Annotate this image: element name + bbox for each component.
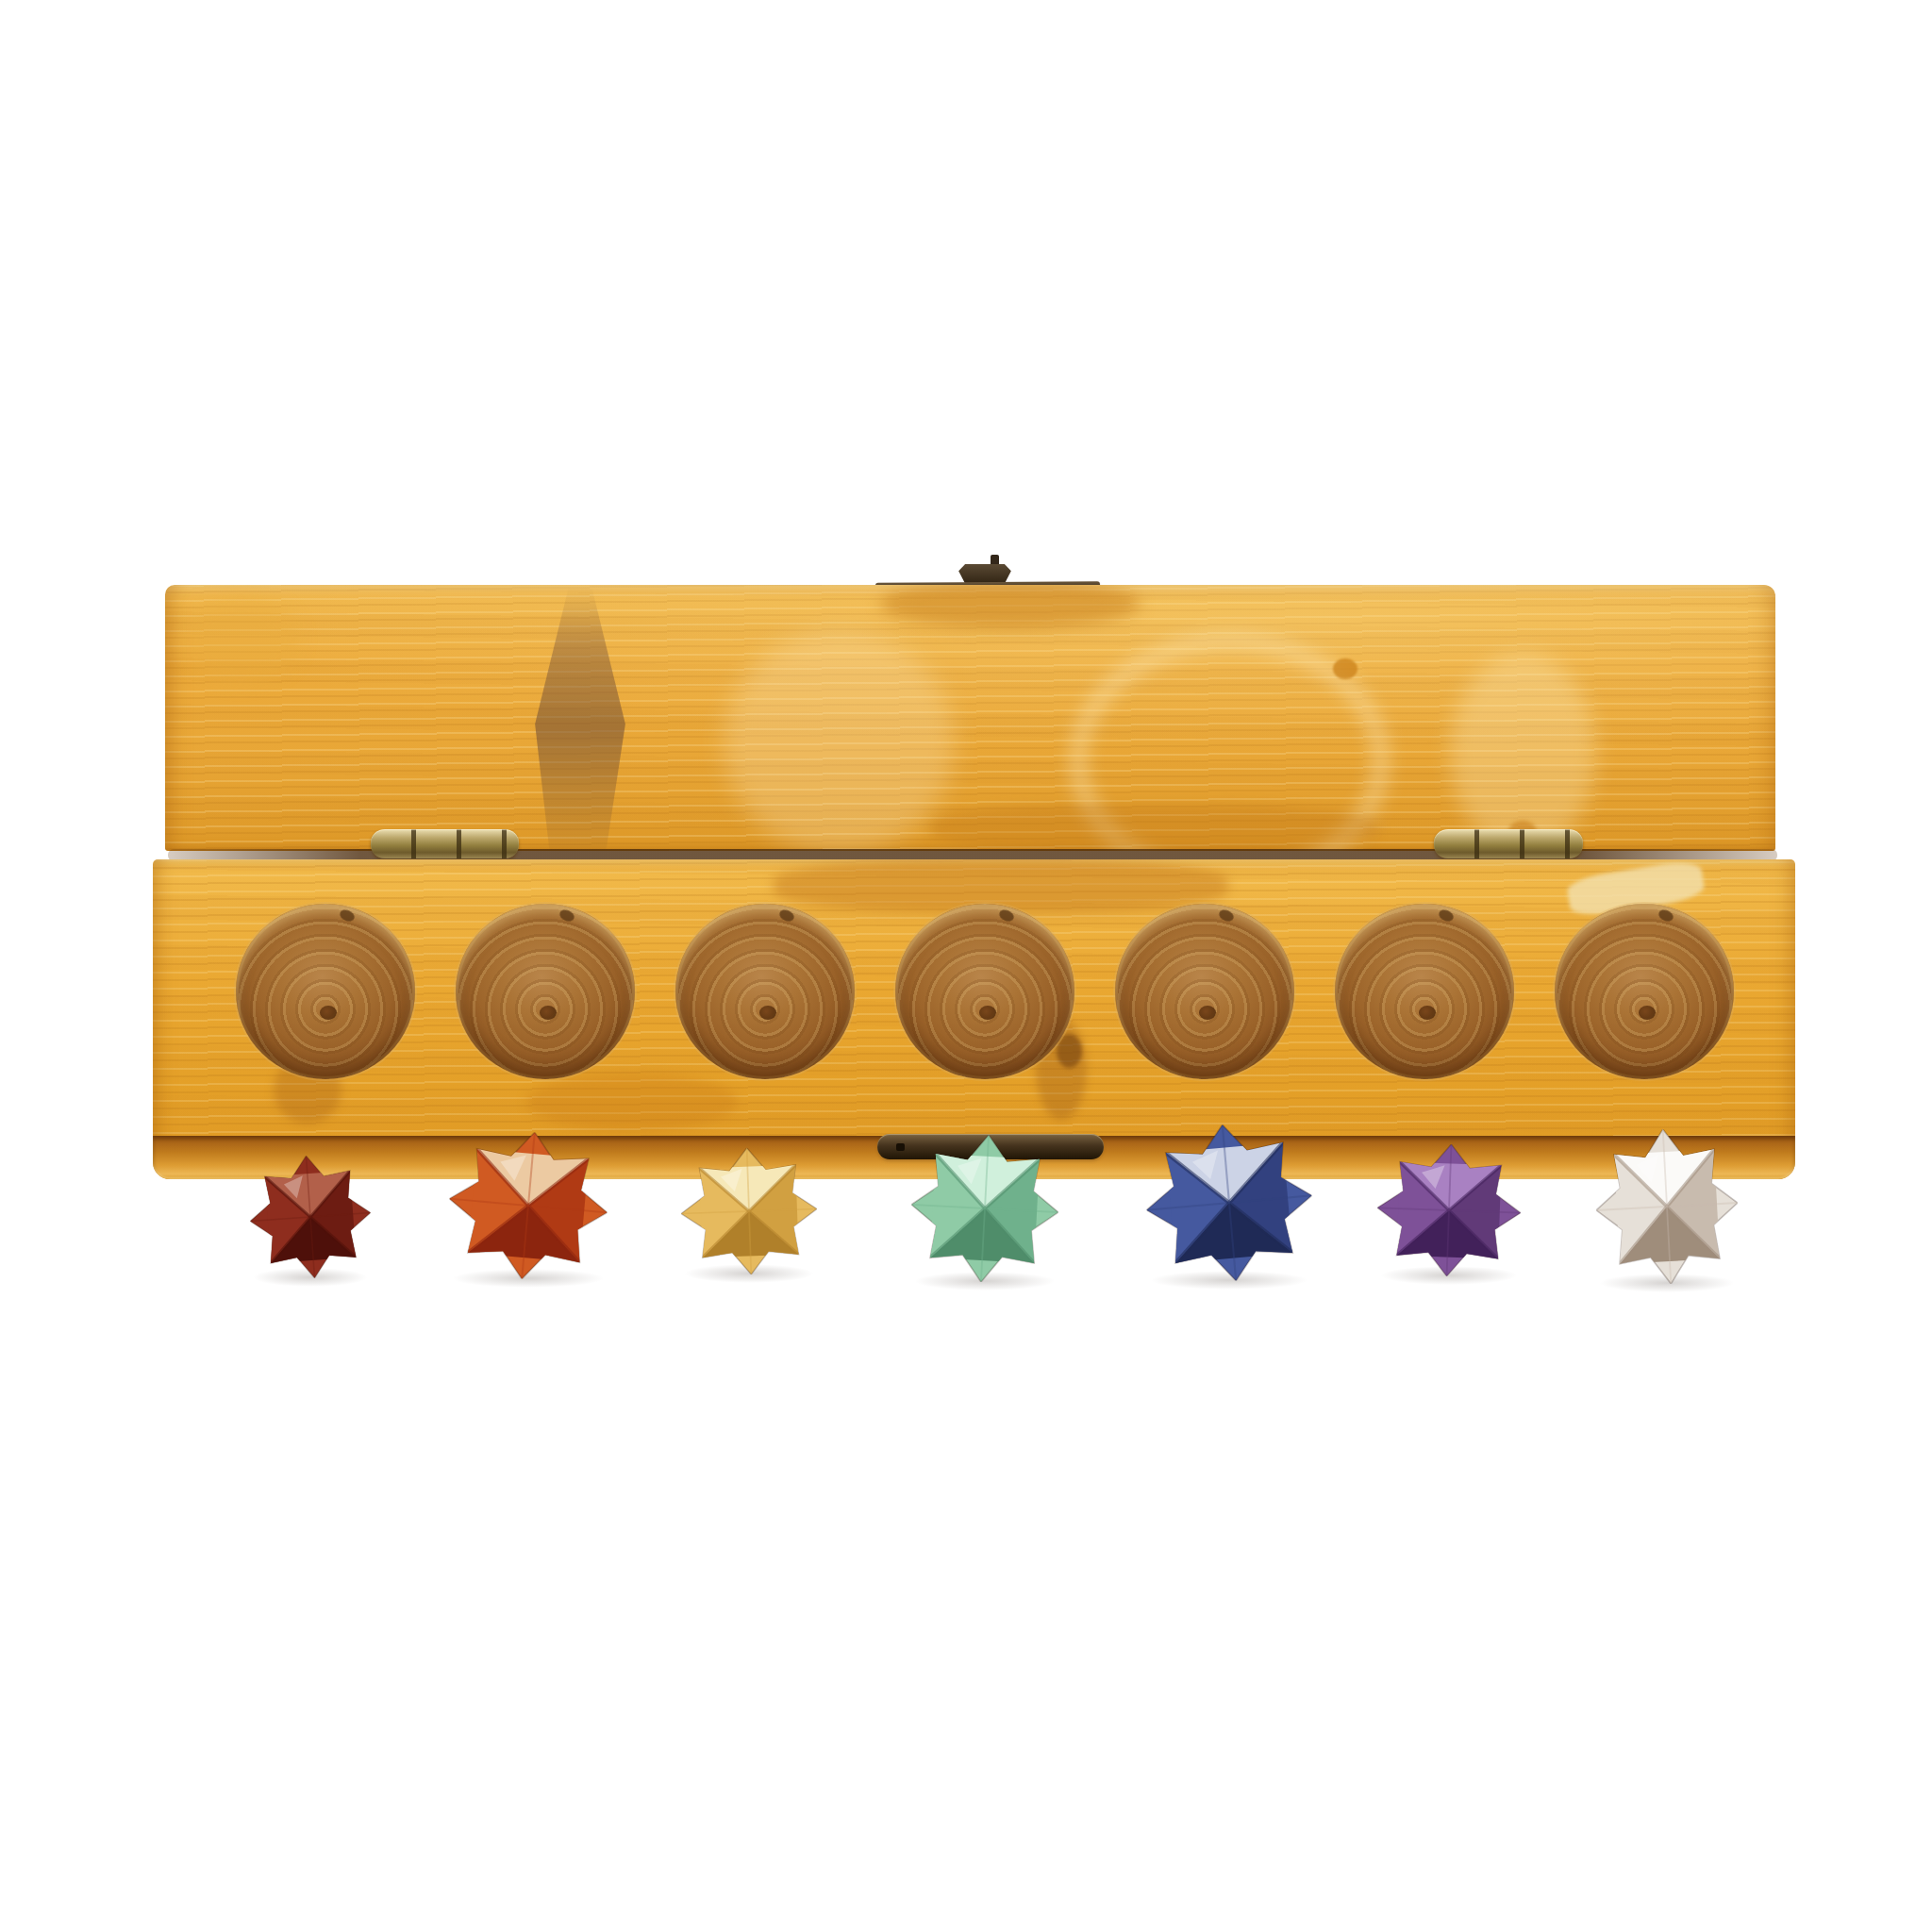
wood-stain — [931, 804, 1378, 851]
merkaba-star-icon — [679, 1146, 820, 1277]
wood-stain-dark-streak — [521, 589, 640, 849]
catch-screw-icon — [896, 1143, 905, 1151]
pit-6[interactable] — [1335, 904, 1514, 1079]
pit-rim-chip — [1217, 908, 1235, 924]
merkaba-star-icon — [246, 1152, 375, 1283]
stone-violet[interactable] — [1377, 1144, 1521, 1276]
stone-dark-red[interactable] — [250, 1156, 371, 1278]
photo-scene — [0, 0, 1932, 1932]
box-base — [153, 859, 1795, 1179]
wood-watermark — [1450, 653, 1596, 851]
pit-5[interactable] — [1115, 904, 1294, 1079]
pit-rim-chip — [1437, 908, 1455, 924]
wood-stain — [880, 585, 1141, 628]
pit-rim-chip — [558, 908, 575, 924]
wood-stain — [182, 596, 299, 683]
drill-center-mark — [759, 1006, 776, 1020]
stone-green[interactable] — [911, 1135, 1058, 1282]
pit-7[interactable] — [1555, 904, 1734, 1079]
pit-rim-chip — [1657, 908, 1674, 924]
stone-orange-red[interactable] — [449, 1132, 608, 1279]
merkaba-star-icon — [908, 1131, 1062, 1286]
box-lid — [165, 585, 1775, 851]
merkaba-star-icon — [443, 1125, 614, 1286]
drill-center-mark — [979, 1006, 996, 1020]
drill-center-mark — [1419, 1006, 1436, 1020]
drill-center-mark — [1639, 1006, 1656, 1020]
pit-3[interactable] — [675, 904, 855, 1079]
left-hinge — [371, 829, 519, 858]
pit-row — [215, 901, 1754, 1082]
wood-knot — [1333, 658, 1357, 679]
wood-watermark — [1071, 634, 1389, 851]
pit-2[interactable] — [456, 904, 635, 1079]
merkaba-star-icon — [1592, 1125, 1741, 1288]
merkaba-star-icon — [1375, 1141, 1524, 1278]
drill-center-mark — [540, 1006, 557, 1020]
stone-yellow[interactable] — [681, 1148, 817, 1274]
drill-center-mark — [1199, 1006, 1216, 1020]
stone-blue[interactable] — [1146, 1124, 1312, 1281]
pit-rim-chip — [777, 908, 795, 924]
pit-rim-chip — [997, 908, 1015, 924]
merkaba-star-icon — [1140, 1118, 1319, 1289]
pit-1[interactable] — [236, 904, 415, 1079]
pit-4[interactable] — [895, 904, 1074, 1079]
stone-clear[interactable] — [1596, 1129, 1738, 1284]
pit-rim-chip — [338, 908, 356, 924]
drill-center-mark — [320, 1006, 337, 1020]
wood-watermark — [724, 630, 955, 851]
right-hinge — [1434, 829, 1583, 858]
